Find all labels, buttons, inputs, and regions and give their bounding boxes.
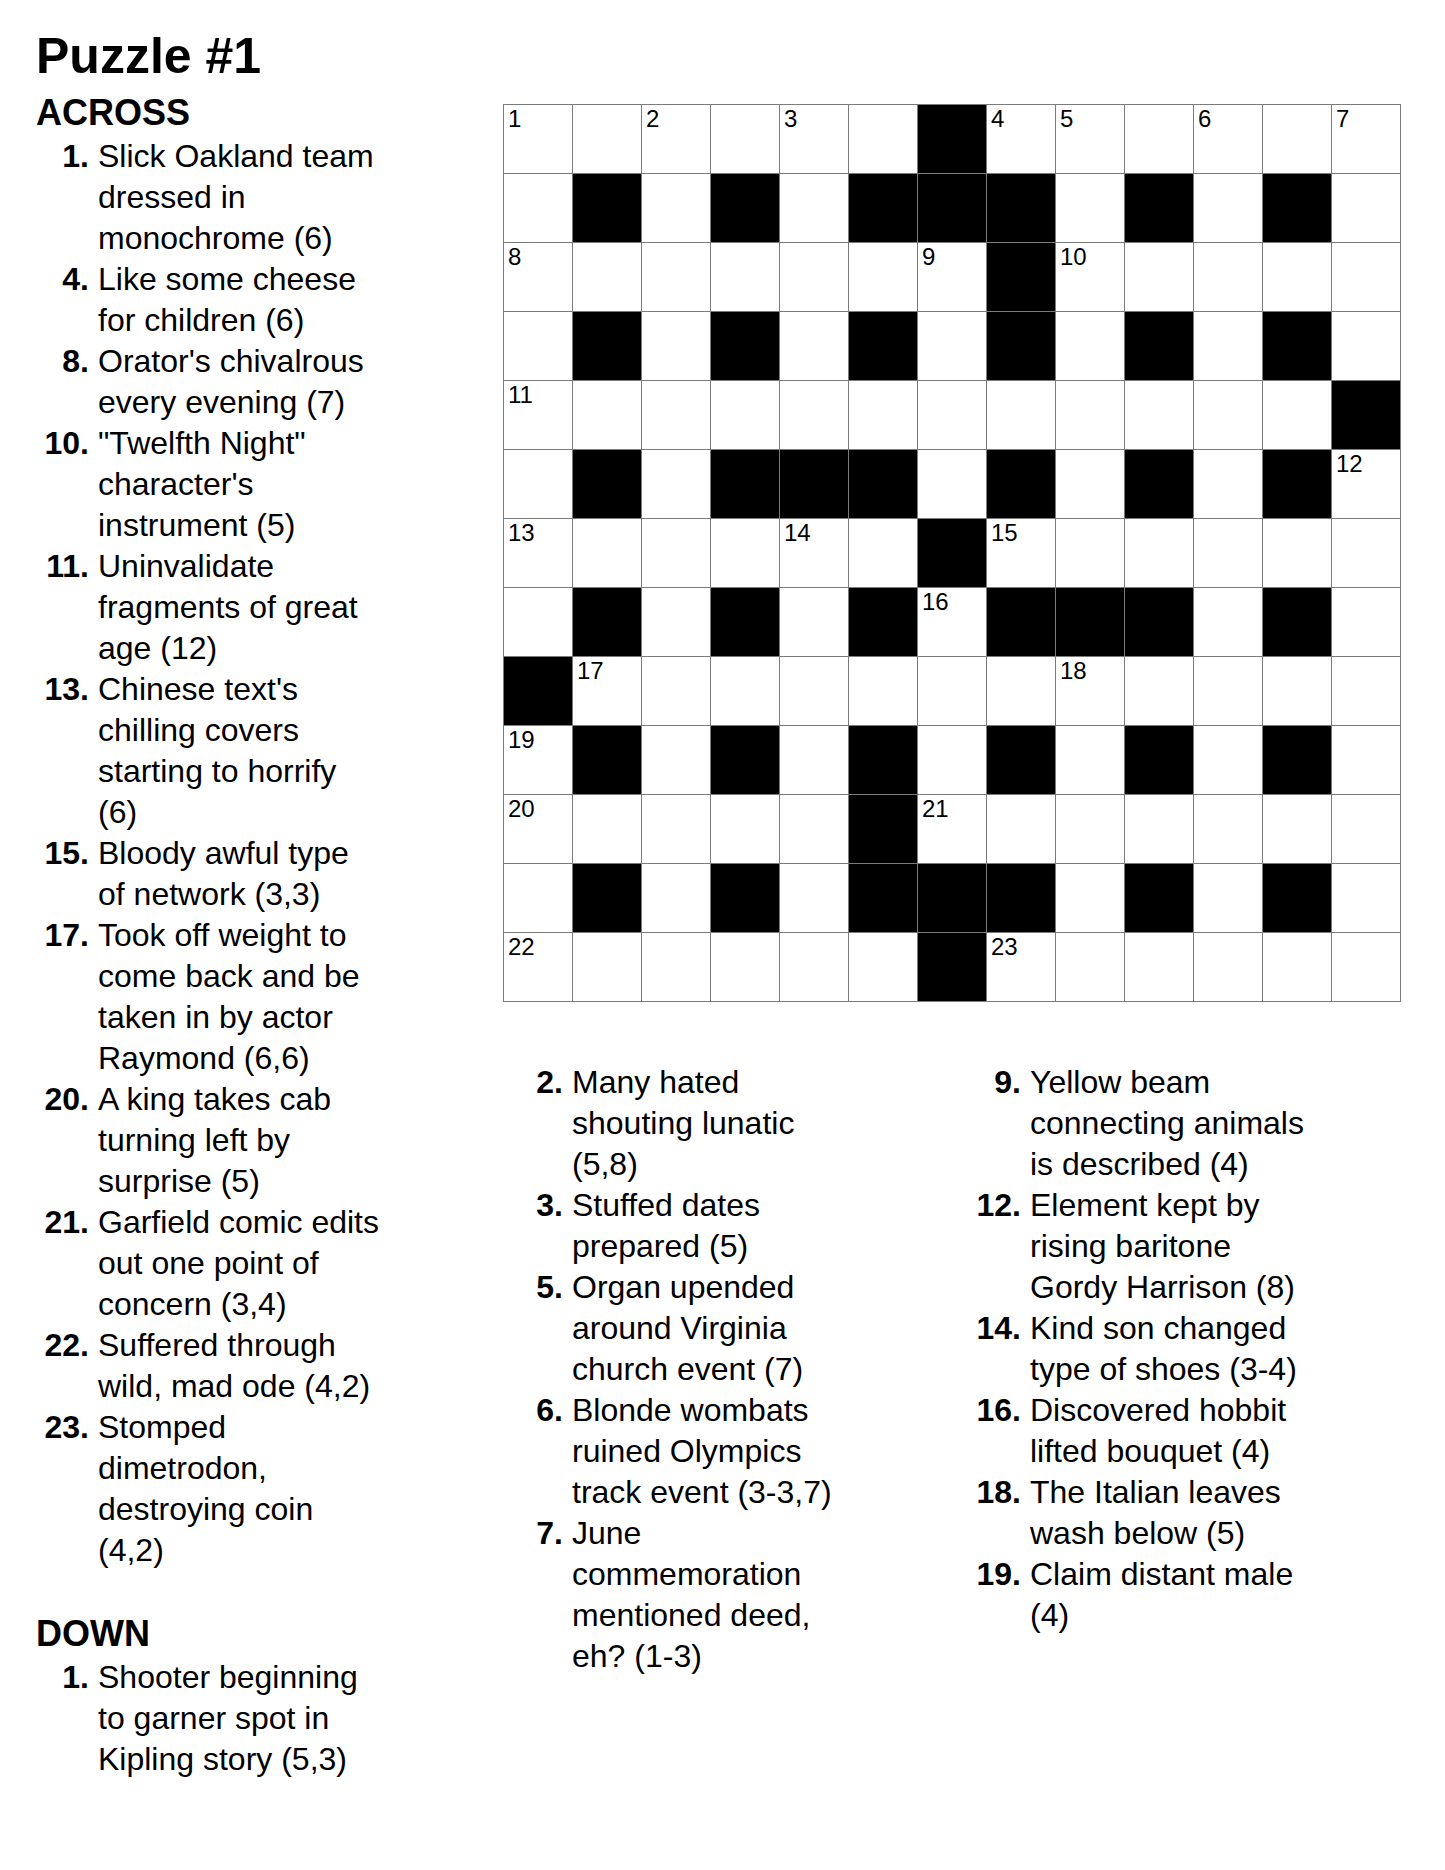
black-cell-r11c5 bbox=[849, 864, 917, 932]
down-clue-3: 3.Stuffed dates prepared (5) bbox=[510, 1185, 955, 1267]
clue-number: 11. bbox=[36, 546, 89, 669]
grid-cell-r12c5[interactable] bbox=[849, 933, 917, 1001]
clue-number: 12. bbox=[968, 1185, 1021, 1308]
grid-cell-r8c7[interactable] bbox=[987, 657, 1055, 725]
grid-cell-r0c9[interactable] bbox=[1125, 105, 1193, 173]
grid-cell-r2c0[interactable]: 8 bbox=[504, 243, 572, 311]
black-cell-r7c11 bbox=[1263, 588, 1331, 656]
clue-number: 18. bbox=[968, 1472, 1021, 1554]
cell-number-20: 20 bbox=[508, 796, 535, 821]
cell-number-11: 11 bbox=[508, 382, 533, 407]
black-cell-r3c11 bbox=[1263, 312, 1331, 380]
down-clue-14: 14.Kind son changed type of shoes (3-4) bbox=[968, 1308, 1413, 1390]
grid-cell-r4c3[interactable] bbox=[711, 381, 779, 449]
grid-cell-r4c8[interactable] bbox=[1056, 381, 1124, 449]
grid-cell-r6c9[interactable] bbox=[1125, 519, 1193, 587]
clue-number: 4. bbox=[36, 259, 89, 341]
grid-cell-r6c11[interactable] bbox=[1263, 519, 1331, 587]
cell-number-8: 8 bbox=[508, 244, 521, 269]
clue-number: 13. bbox=[36, 669, 89, 833]
grid-cell-r2c12[interactable] bbox=[1332, 243, 1400, 311]
black-cell-r3c5 bbox=[849, 312, 917, 380]
grid-cell-r0c8[interactable]: 5 bbox=[1056, 105, 1124, 173]
clue-text: Stuffed dates prepared (5) bbox=[572, 1185, 952, 1267]
black-cell-r11c9 bbox=[1125, 864, 1193, 932]
grid-cell-r9c10[interactable] bbox=[1194, 726, 1262, 794]
left-column: Puzzle #1 ACROSS 1.Slick Oakland team dr… bbox=[36, 28, 496, 1780]
black-cell-r6c6 bbox=[918, 519, 986, 587]
grid-cell-r4c9[interactable] bbox=[1125, 381, 1193, 449]
grid-cell-r4c7[interactable] bbox=[987, 381, 1055, 449]
across-heading: ACROSS bbox=[36, 90, 496, 136]
grid-cell-r0c11[interactable] bbox=[1263, 105, 1331, 173]
grid-cell-r0c7[interactable]: 4 bbox=[987, 105, 1055, 173]
grid-cell-r4c2[interactable] bbox=[642, 381, 710, 449]
grid-cell-r8c12[interactable] bbox=[1332, 657, 1400, 725]
grid-cell-r6c10[interactable] bbox=[1194, 519, 1262, 587]
grid-cell-r1c4[interactable] bbox=[780, 174, 848, 242]
grid-cell-r4c4[interactable] bbox=[780, 381, 848, 449]
clue-text: Suffered through wild, mad ode (4,2) bbox=[98, 1325, 478, 1407]
clue-text: Like some cheese for children (6) bbox=[98, 259, 478, 341]
clue-number: 17. bbox=[36, 915, 89, 1079]
grid-cell-r8c1[interactable]: 17 bbox=[573, 657, 641, 725]
grid-cell-r1c0[interactable] bbox=[504, 174, 572, 242]
grid-cell-r8c4[interactable] bbox=[780, 657, 848, 725]
black-cell-r5c4 bbox=[780, 450, 848, 518]
grid-cell-r10c9[interactable] bbox=[1125, 795, 1193, 863]
cell-number-21: 21 bbox=[922, 796, 949, 821]
grid-cell-r10c4[interactable] bbox=[780, 795, 848, 863]
grid-cell-r4c5[interactable] bbox=[849, 381, 917, 449]
black-cell-r1c6 bbox=[918, 174, 986, 242]
black-cell-r9c3 bbox=[711, 726, 779, 794]
black-cell-r5c11 bbox=[1263, 450, 1331, 518]
grid-cell-r11c0[interactable] bbox=[504, 864, 572, 932]
clue-text: Yellow beam connecting animals is descri… bbox=[1030, 1062, 1410, 1185]
cell-number-23: 23 bbox=[991, 934, 1018, 959]
clue-text: The Italian leaves wash below (5) bbox=[1030, 1472, 1410, 1554]
black-cell-r1c5 bbox=[849, 174, 917, 242]
clue-text: Bloody awful type of network (3,3) bbox=[98, 833, 478, 915]
grid-cell-r10c3[interactable] bbox=[711, 795, 779, 863]
cell-number-2: 2 bbox=[646, 106, 659, 131]
clue-text: A king takes cab turning left by surpris… bbox=[98, 1079, 478, 1202]
grid-cell-r4c1[interactable] bbox=[573, 381, 641, 449]
grid-cell-r3c0[interactable] bbox=[504, 312, 572, 380]
grid-cell-r10c8[interactable] bbox=[1056, 795, 1124, 863]
grid-cell-r1c10[interactable] bbox=[1194, 174, 1262, 242]
clue-text: June commemoration mentioned deed, eh? (… bbox=[572, 1513, 952, 1677]
grid-cell-r0c3[interactable] bbox=[711, 105, 779, 173]
grid-cell-r8c11[interactable] bbox=[1263, 657, 1331, 725]
grid-cell-r9c6[interactable] bbox=[918, 726, 986, 794]
cell-number-3: 3 bbox=[784, 106, 797, 131]
grid-cell-r2c2[interactable] bbox=[642, 243, 710, 311]
clue-number: 22. bbox=[36, 1325, 89, 1407]
across-clue-10: 10."Twelfth Night" character's instrumen… bbox=[36, 423, 496, 546]
black-cell-r11c7 bbox=[987, 864, 1055, 932]
clue-number: 9. bbox=[968, 1062, 1021, 1185]
grid-cell-r8c8[interactable]: 18 bbox=[1056, 657, 1124, 725]
grid-cell-r8c3[interactable] bbox=[711, 657, 779, 725]
grid-cell-r6c3[interactable] bbox=[711, 519, 779, 587]
clue-text: Shooter beginning to garner spot in Kipl… bbox=[98, 1657, 478, 1780]
clue-number: 15. bbox=[36, 833, 89, 915]
grid-cell-r12c10[interactable] bbox=[1194, 933, 1262, 1001]
clue-text: Blonde wombats ruined Olympics track eve… bbox=[572, 1390, 952, 1513]
clue-number: 20. bbox=[36, 1079, 89, 1202]
black-cell-r1c11 bbox=[1263, 174, 1331, 242]
black-cell-r11c6 bbox=[918, 864, 986, 932]
black-cell-r7c3 bbox=[711, 588, 779, 656]
clue-number: 16. bbox=[968, 1390, 1021, 1472]
down-clue-19: 19.Claim distant male (4) bbox=[968, 1554, 1413, 1636]
clue-text: Garfield comic edits out one point of co… bbox=[98, 1202, 478, 1325]
clue-number: 23. bbox=[36, 1407, 89, 1571]
grid-cell-r0c12[interactable]: 7 bbox=[1332, 105, 1400, 173]
black-cell-r10c5 bbox=[849, 795, 917, 863]
grid-cell-r2c3[interactable] bbox=[711, 243, 779, 311]
crossword-grid: 1234567891011121314151617181920212223 bbox=[503, 104, 1401, 1002]
grid-cell-r12c2[interactable] bbox=[642, 933, 710, 1001]
grid-cell-r5c10[interactable] bbox=[1194, 450, 1262, 518]
grid-cell-r2c4[interactable] bbox=[780, 243, 848, 311]
black-cell-r1c1 bbox=[573, 174, 641, 242]
grid-cell-r10c11[interactable] bbox=[1263, 795, 1331, 863]
black-cell-r2c7 bbox=[987, 243, 1055, 311]
across-clue-15: 15.Bloody awful type of network (3,3) bbox=[36, 833, 496, 915]
across-clue-21: 21.Garfield comic edits out one point of… bbox=[36, 1202, 496, 1325]
black-cell-r9c9 bbox=[1125, 726, 1193, 794]
grid-cell-r2c8[interactable]: 10 bbox=[1056, 243, 1124, 311]
grid-cell-r0c2[interactable]: 2 bbox=[642, 105, 710, 173]
across-clue-22: 22.Suffered through wild, mad ode (4,2) bbox=[36, 1325, 496, 1407]
across-clues: 1.Slick Oakland team dressed in monochro… bbox=[36, 136, 496, 1571]
cell-number-9: 9 bbox=[922, 244, 935, 269]
down-clue-7: 7.June commemoration mentioned deed, eh?… bbox=[510, 1513, 955, 1677]
black-cell-r9c11 bbox=[1263, 726, 1331, 794]
grid-cell-r2c6[interactable]: 9 bbox=[918, 243, 986, 311]
grid-cell-r12c1[interactable] bbox=[573, 933, 641, 1001]
down-clues-col3: 9.Yellow beam connecting animals is desc… bbox=[968, 1062, 1413, 1636]
across-clue-11: 11.Uninvalidate fragments of great age (… bbox=[36, 546, 496, 669]
grid-cell-r3c4[interactable] bbox=[780, 312, 848, 380]
black-cell-r12c6 bbox=[918, 933, 986, 1001]
grid-cell-r5c6[interactable] bbox=[918, 450, 986, 518]
clue-text: Stomped dimetrodon, destroying coin (4,2… bbox=[98, 1407, 478, 1571]
down-clue-16: 16.Discovered hobbit lifted bouquet (4) bbox=[968, 1390, 1413, 1472]
grid-cell-r3c6[interactable] bbox=[918, 312, 986, 380]
clue-number: 19. bbox=[968, 1554, 1021, 1636]
cell-number-1: 1 bbox=[508, 106, 521, 131]
grid-cell-r3c2[interactable] bbox=[642, 312, 710, 380]
clue-text: Discovered hobbit lifted bouquet (4) bbox=[1030, 1390, 1410, 1472]
grid-cell-r6c1[interactable] bbox=[573, 519, 641, 587]
clue-number: 1. bbox=[36, 1657, 89, 1780]
black-cell-r0c6 bbox=[918, 105, 986, 173]
across-clue-4: 4.Like some cheese for children (6) bbox=[36, 259, 496, 341]
grid-cell-r12c12[interactable] bbox=[1332, 933, 1400, 1001]
grid-cell-r12c7[interactable]: 23 bbox=[987, 933, 1055, 1001]
black-cell-r5c3 bbox=[711, 450, 779, 518]
grid-cell-r10c6[interactable]: 21 bbox=[918, 795, 986, 863]
grid-cell-r11c12[interactable] bbox=[1332, 864, 1400, 932]
down-clue-2: 2.Many hated shouting lunatic (5,8) bbox=[510, 1062, 955, 1185]
grid-cell-r7c12[interactable] bbox=[1332, 588, 1400, 656]
grid-cell-r12c11[interactable] bbox=[1263, 933, 1331, 1001]
cell-number-16: 16 bbox=[922, 589, 949, 614]
grid-cell-r2c5[interactable] bbox=[849, 243, 917, 311]
grid-cell-r0c0[interactable]: 1 bbox=[504, 105, 572, 173]
cell-number-4: 4 bbox=[991, 106, 1004, 131]
black-cell-r5c5 bbox=[849, 450, 917, 518]
cell-number-5: 5 bbox=[1060, 106, 1073, 131]
grid-cell-r10c12[interactable] bbox=[1332, 795, 1400, 863]
grid-cell-r7c10[interactable] bbox=[1194, 588, 1262, 656]
grid-cell-r6c8[interactable] bbox=[1056, 519, 1124, 587]
cell-number-18: 18 bbox=[1060, 658, 1087, 683]
grid-cell-r5c2[interactable] bbox=[642, 450, 710, 518]
clue-number: 7. bbox=[510, 1513, 563, 1677]
grid-cell-r8c9[interactable] bbox=[1125, 657, 1193, 725]
clue-number: 10. bbox=[36, 423, 89, 546]
black-cell-r5c9 bbox=[1125, 450, 1193, 518]
clue-text: Chinese text's chilling covers starting … bbox=[98, 669, 478, 833]
across-clue-23: 23.Stomped dimetrodon, destroying coin (… bbox=[36, 1407, 496, 1571]
grid-cell-r7c6[interactable]: 16 bbox=[918, 588, 986, 656]
grid-cell-r11c8[interactable] bbox=[1056, 864, 1124, 932]
grid-cell-r11c4[interactable] bbox=[780, 864, 848, 932]
clue-text: "Twelfth Night" character's instrument (… bbox=[98, 423, 478, 546]
grid-cell-r3c8[interactable] bbox=[1056, 312, 1124, 380]
grid-cell-r10c2[interactable] bbox=[642, 795, 710, 863]
cell-number-19: 19 bbox=[508, 727, 535, 752]
cell-number-22: 22 bbox=[508, 934, 535, 959]
black-cell-r3c3 bbox=[711, 312, 779, 380]
clue-text: Slick Oakland team dressed in monochrome… bbox=[98, 136, 478, 259]
cell-number-12: 12 bbox=[1336, 451, 1363, 476]
black-cell-r3c1 bbox=[573, 312, 641, 380]
grid-cell-r9c2[interactable] bbox=[642, 726, 710, 794]
black-cell-r9c7 bbox=[987, 726, 1055, 794]
clue-text: Element kept by rising baritone Gordy Ha… bbox=[1030, 1185, 1410, 1308]
grid-cell-r8c10[interactable] bbox=[1194, 657, 1262, 725]
grid-cell-r2c10[interactable] bbox=[1194, 243, 1262, 311]
grid-cell-r1c2[interactable] bbox=[642, 174, 710, 242]
grid-cell-r10c1[interactable] bbox=[573, 795, 641, 863]
black-cell-r9c5 bbox=[849, 726, 917, 794]
black-cell-r7c1 bbox=[573, 588, 641, 656]
clue-number: 21. bbox=[36, 1202, 89, 1325]
grid-cell-r7c2[interactable] bbox=[642, 588, 710, 656]
grid-cell-r4c6[interactable] bbox=[918, 381, 986, 449]
clue-text: Organ upended around Virginia church eve… bbox=[572, 1267, 952, 1390]
black-cell-r5c7 bbox=[987, 450, 1055, 518]
down-clue-12: 12.Element kept by rising baritone Gordy… bbox=[968, 1185, 1413, 1308]
cell-number-6: 6 bbox=[1198, 106, 1211, 131]
grid-cell-r5c0[interactable] bbox=[504, 450, 572, 518]
across-clue-13: 13.Chinese text's chilling covers starti… bbox=[36, 669, 496, 833]
grid-cell-r8c2[interactable] bbox=[642, 657, 710, 725]
black-cell-r1c9 bbox=[1125, 174, 1193, 242]
grid-cell-r2c1[interactable] bbox=[573, 243, 641, 311]
black-cell-r11c1 bbox=[573, 864, 641, 932]
across-clue-8: 8.Orator's chivalrous every evening (7) bbox=[36, 341, 496, 423]
grid-cell-r6c7[interactable]: 15 bbox=[987, 519, 1055, 587]
across-clue-20: 20.A king takes cab turning left by surp… bbox=[36, 1079, 496, 1202]
grid-cell-r9c8[interactable] bbox=[1056, 726, 1124, 794]
down-clue-5: 5.Organ upended around Virginia church e… bbox=[510, 1267, 955, 1390]
clue-number: 1. bbox=[36, 136, 89, 259]
grid-cell-r12c0[interactable]: 22 bbox=[504, 933, 572, 1001]
grid-cell-r4c0[interactable]: 11 bbox=[504, 381, 572, 449]
black-cell-r11c11 bbox=[1263, 864, 1331, 932]
black-cell-r9c1 bbox=[573, 726, 641, 794]
across-clue-1: 1.Slick Oakland team dressed in monochro… bbox=[36, 136, 496, 259]
clue-text: Kind son changed type of shoes (3-4) bbox=[1030, 1308, 1410, 1390]
down-clues-col1: 1.Shooter beginning to garner spot in Ki… bbox=[36, 1657, 496, 1780]
down-clue-6: 6.Blonde wombats ruined Olympics track e… bbox=[510, 1390, 955, 1513]
grid-cell-r4c11[interactable] bbox=[1263, 381, 1331, 449]
clue-number: 5. bbox=[510, 1267, 563, 1390]
grid-cell-r6c4[interactable]: 14 bbox=[780, 519, 848, 587]
grid-cell-r4c10[interactable] bbox=[1194, 381, 1262, 449]
down-heading: DOWN bbox=[36, 1611, 496, 1657]
clue-text: Orator's chivalrous every evening (7) bbox=[98, 341, 478, 423]
cell-number-13: 13 bbox=[508, 520, 535, 545]
cell-number-14: 14 bbox=[784, 520, 811, 545]
black-cell-r3c7 bbox=[987, 312, 1055, 380]
grid-cell-r8c5[interactable] bbox=[849, 657, 917, 725]
black-cell-r7c7 bbox=[987, 588, 1055, 656]
black-cell-r7c9 bbox=[1125, 588, 1193, 656]
cell-number-15: 15 bbox=[991, 520, 1018, 545]
grid-cell-r2c9[interactable] bbox=[1125, 243, 1193, 311]
grid-cell-r2c11[interactable] bbox=[1263, 243, 1331, 311]
clue-text: Uninvalidate fragments of great age (12) bbox=[98, 546, 478, 669]
grid-cell-r9c0[interactable]: 19 bbox=[504, 726, 572, 794]
black-cell-r5c1 bbox=[573, 450, 641, 518]
grid-cell-r11c2[interactable] bbox=[642, 864, 710, 932]
grid-cell-r6c12[interactable] bbox=[1332, 519, 1400, 587]
grid-cell-r6c2[interactable] bbox=[642, 519, 710, 587]
grid-cell-r10c0[interactable]: 20 bbox=[504, 795, 572, 863]
grid-cell-r5c12[interactable]: 12 bbox=[1332, 450, 1400, 518]
grid-cell-r0c4[interactable]: 3 bbox=[780, 105, 848, 173]
across-clue-17: 17.Took off weight to come back and be t… bbox=[36, 915, 496, 1079]
grid-cell-r12c3[interactable] bbox=[711, 933, 779, 1001]
grid-cell-r3c10[interactable] bbox=[1194, 312, 1262, 380]
clue-number: 2. bbox=[510, 1062, 563, 1185]
clue-text: Many hated shouting lunatic (5,8) bbox=[572, 1062, 952, 1185]
page-title: Puzzle #1 bbox=[36, 28, 496, 84]
black-cell-r8c0 bbox=[504, 657, 572, 725]
grid-cell-r7c0[interactable] bbox=[504, 588, 572, 656]
grid-cell-r8c6[interactable] bbox=[918, 657, 986, 725]
grid-cell-r10c7[interactable] bbox=[987, 795, 1055, 863]
black-cell-r4c12 bbox=[1332, 381, 1400, 449]
clue-text: Took off weight to come back and be take… bbox=[98, 915, 478, 1079]
grid-cell-r3c12[interactable] bbox=[1332, 312, 1400, 380]
grid-cell-r5c8[interactable] bbox=[1056, 450, 1124, 518]
cell-number-10: 10 bbox=[1060, 244, 1087, 269]
clue-number: 6. bbox=[510, 1390, 563, 1513]
down-clues-col2: 2.Many hated shouting lunatic (5,8)3.Stu… bbox=[510, 1062, 955, 1677]
clue-number: 3. bbox=[510, 1185, 563, 1267]
grid-cell-r6c5[interactable] bbox=[849, 519, 917, 587]
grid-cell-r12c9[interactable] bbox=[1125, 933, 1193, 1001]
grid-cell-r7c4[interactable] bbox=[780, 588, 848, 656]
grid-cell-r1c8[interactable] bbox=[1056, 174, 1124, 242]
cell-number-7: 7 bbox=[1336, 106, 1349, 131]
grid-cell-r0c5[interactable] bbox=[849, 105, 917, 173]
black-cell-r1c7 bbox=[987, 174, 1055, 242]
down-clue-18: 18.The Italian leaves wash below (5) bbox=[968, 1472, 1413, 1554]
black-cell-r7c5 bbox=[849, 588, 917, 656]
down-clue-1: 1.Shooter beginning to garner spot in Ki… bbox=[36, 1657, 496, 1780]
grid-cell-r0c1[interactable] bbox=[573, 105, 641, 173]
grid-cell-r10c10[interactable] bbox=[1194, 795, 1262, 863]
clue-number: 14. bbox=[968, 1308, 1021, 1390]
grid-cell-r9c12[interactable] bbox=[1332, 726, 1400, 794]
black-cell-r7c8 bbox=[1056, 588, 1124, 656]
black-cell-r11c3 bbox=[711, 864, 779, 932]
grid-cell-r11c10[interactable] bbox=[1194, 864, 1262, 932]
clue-number: 8. bbox=[36, 341, 89, 423]
grid-cell-r9c4[interactable] bbox=[780, 726, 848, 794]
grid-cell-r12c8[interactable] bbox=[1056, 933, 1124, 1001]
black-cell-r1c3 bbox=[711, 174, 779, 242]
grid-cell-r6c0[interactable]: 13 bbox=[504, 519, 572, 587]
grid-cell-r0c10[interactable]: 6 bbox=[1194, 105, 1262, 173]
black-cell-r3c9 bbox=[1125, 312, 1193, 380]
down-clue-9: 9.Yellow beam connecting animals is desc… bbox=[968, 1062, 1413, 1185]
grid-cell-r12c4[interactable] bbox=[780, 933, 848, 1001]
clue-text: Claim distant male (4) bbox=[1030, 1554, 1410, 1636]
grid-cell-r1c12[interactable] bbox=[1332, 174, 1400, 242]
cell-number-17: 17 bbox=[577, 658, 604, 683]
